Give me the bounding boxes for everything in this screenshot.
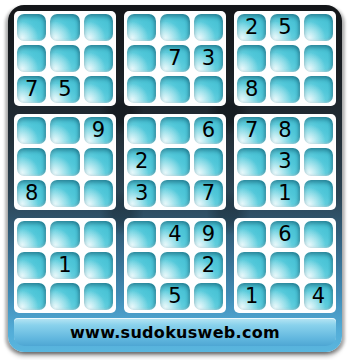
- cell-r5c8[interactable]: 3: [270, 148, 299, 175]
- cell-r3c5[interactable]: [160, 76, 189, 103]
- cell-r5c7[interactable]: [237, 148, 266, 175]
- cell-r2c6[interactable]: 3: [194, 45, 223, 72]
- cell-r1c9[interactable]: [304, 14, 333, 41]
- cell-r5c3[interactable]: [84, 148, 113, 175]
- cell-r7c7[interactable]: [237, 221, 266, 248]
- cell-r1c8[interactable]: 5: [270, 14, 299, 41]
- cell-r3c9[interactable]: [304, 76, 333, 103]
- cell-r2c8[interactable]: [270, 45, 299, 72]
- cell-r4c9[interactable]: [304, 117, 333, 144]
- cell-r9c9[interactable]: 4: [304, 283, 333, 310]
- cell-r6c1[interactable]: 8: [17, 180, 46, 207]
- sudoku-board-frame: 7573258986237783114925614 www.sudokusweb…: [8, 5, 342, 352]
- cell-r8c1[interactable]: [17, 252, 46, 279]
- cell-r1c2[interactable]: [50, 14, 79, 41]
- cell-r8c6[interactable]: 2: [194, 252, 223, 279]
- cell-r4c5[interactable]: [160, 117, 189, 144]
- box-3-3: 614: [234, 218, 336, 313]
- cell-r5c6[interactable]: [194, 148, 223, 175]
- cell-r7c1[interactable]: [17, 221, 46, 248]
- box-1-2: 73: [124, 11, 226, 106]
- cell-r2c1[interactable]: [17, 45, 46, 72]
- box-3-2: 4925: [124, 218, 226, 313]
- cell-r3c7[interactable]: 8: [237, 76, 266, 103]
- cell-r6c5[interactable]: [160, 180, 189, 207]
- cell-r8c3[interactable]: [84, 252, 113, 279]
- cell-r9c2[interactable]: [50, 283, 79, 310]
- cell-r3c8[interactable]: [270, 76, 299, 103]
- cell-r4c3[interactable]: 9: [84, 117, 113, 144]
- cell-r5c2[interactable]: [50, 148, 79, 175]
- cell-r9c4[interactable]: [127, 283, 156, 310]
- cell-r6c9[interactable]: [304, 180, 333, 207]
- cell-r3c1[interactable]: 7: [17, 76, 46, 103]
- cell-r4c6[interactable]: 6: [194, 117, 223, 144]
- cell-r4c1[interactable]: [17, 117, 46, 144]
- cell-r7c4[interactable]: [127, 221, 156, 248]
- cell-r8c7[interactable]: [237, 252, 266, 279]
- cell-r6c4[interactable]: 3: [127, 180, 156, 207]
- cell-r9c3[interactable]: [84, 283, 113, 310]
- cell-r6c3[interactable]: [84, 180, 113, 207]
- cell-r7c5[interactable]: 4: [160, 221, 189, 248]
- box-2-3: 7831: [234, 114, 336, 209]
- cell-r9c1[interactable]: [17, 283, 46, 310]
- cell-r7c6[interactable]: 9: [194, 221, 223, 248]
- sudoku-grid: 7573258986237783114925614: [14, 11, 336, 313]
- box-1-3: 258: [234, 11, 336, 106]
- cell-r9c8[interactable]: [270, 283, 299, 310]
- cell-r3c6[interactable]: [194, 76, 223, 103]
- cell-r1c5[interactable]: [160, 14, 189, 41]
- cell-r5c9[interactable]: [304, 148, 333, 175]
- box-2-2: 6237: [124, 114, 226, 209]
- cell-r7c8[interactable]: 6: [270, 221, 299, 248]
- cell-r7c2[interactable]: [50, 221, 79, 248]
- cell-r2c2[interactable]: [50, 45, 79, 72]
- cell-r4c7[interactable]: 7: [237, 117, 266, 144]
- cell-r4c8[interactable]: 8: [270, 117, 299, 144]
- cell-r2c9[interactable]: [304, 45, 333, 72]
- cell-r6c2[interactable]: [50, 180, 79, 207]
- cell-r6c7[interactable]: [237, 180, 266, 207]
- cell-r2c5[interactable]: 7: [160, 45, 189, 72]
- cell-r8c4[interactable]: [127, 252, 156, 279]
- cell-r7c9[interactable]: [304, 221, 333, 248]
- box-3-1: 1: [14, 218, 116, 313]
- cell-r5c1[interactable]: [17, 148, 46, 175]
- cell-r1c6[interactable]: [194, 14, 223, 41]
- site-footer-bar: www.sudokusweb.com: [14, 318, 336, 346]
- cell-r8c9[interactable]: [304, 252, 333, 279]
- cell-r6c6[interactable]: 7: [194, 180, 223, 207]
- cell-r8c8[interactable]: [270, 252, 299, 279]
- cell-r1c4[interactable]: [127, 14, 156, 41]
- cell-r8c2[interactable]: 1: [50, 252, 79, 279]
- cell-r1c7[interactable]: 2: [237, 14, 266, 41]
- cell-r7c3[interactable]: [84, 221, 113, 248]
- cell-r2c7[interactable]: [237, 45, 266, 72]
- cell-r5c5[interactable]: [160, 148, 189, 175]
- cell-r3c3[interactable]: [84, 76, 113, 103]
- cell-r9c5[interactable]: 5: [160, 283, 189, 310]
- cell-r6c8[interactable]: 1: [270, 180, 299, 207]
- cell-r2c3[interactable]: [84, 45, 113, 72]
- cell-r3c4[interactable]: [127, 76, 156, 103]
- cell-r8c5[interactable]: [160, 252, 189, 279]
- site-url-link[interactable]: www.sudokusweb.com: [70, 323, 280, 342]
- cell-r9c6[interactable]: [194, 283, 223, 310]
- cell-r9c7[interactable]: 1: [237, 283, 266, 310]
- cell-r5c4[interactable]: 2: [127, 148, 156, 175]
- cell-r4c2[interactable]: [50, 117, 79, 144]
- cell-r4c4[interactable]: [127, 117, 156, 144]
- cell-r1c3[interactable]: [84, 14, 113, 41]
- cell-r2c4[interactable]: [127, 45, 156, 72]
- cell-r1c1[interactable]: [17, 14, 46, 41]
- box-1-1: 75: [14, 11, 116, 106]
- cell-r3c2[interactable]: 5: [50, 76, 79, 103]
- box-2-1: 98: [14, 114, 116, 209]
